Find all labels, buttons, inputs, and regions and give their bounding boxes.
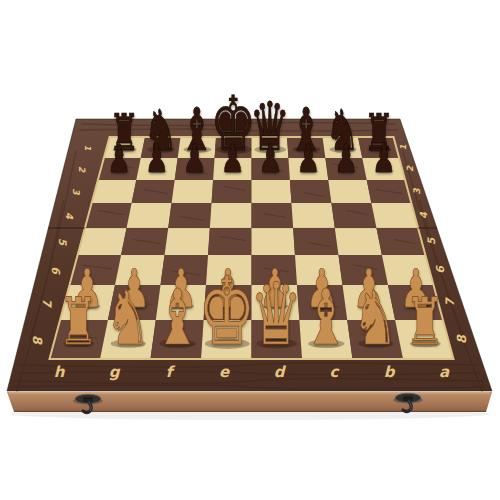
square-f4 — [168, 203, 211, 228]
square-a5 — [376, 228, 425, 255]
square-b5 — [335, 228, 382, 255]
rank-label-right-3: 3 — [411, 188, 422, 195]
square-e4 — [210, 203, 252, 228]
rank-label-left-1: 1 — [83, 145, 93, 151]
piece-dark-pawn-e2: ♟ — [221, 135, 245, 181]
piece-light-bishop-c8: ♝ — [302, 273, 349, 362]
piece-light-queen-d8: ♛ — [250, 265, 302, 364]
piece-dark-pawn-h2: ♟ — [107, 135, 131, 181]
square-g4 — [127, 203, 172, 228]
rank-label-left-4: 4 — [64, 212, 75, 220]
file-label-h: h — [54, 363, 66, 381]
piece-light-knight-b8: ♞ — [353, 275, 398, 362]
chess-set-photo: hgfedcba1122334455667788♜♞♝♛♚♝♞♜♟♟♟♟♟♟♟♟… — [0, 0, 500, 500]
file-label-g: g — [109, 363, 121, 381]
square-d5 — [252, 228, 295, 255]
rank-label-right-6: 6 — [434, 265, 447, 274]
square-h4 — [85, 203, 132, 228]
rank-label-right-5: 5 — [425, 237, 437, 245]
piece-dark-pawn-d2: ♟ — [259, 135, 283, 181]
square-e3 — [212, 180, 252, 203]
square-a4 — [371, 203, 418, 228]
file-label-c: c — [330, 363, 340, 381]
rank-label-left-8: 8 — [30, 335, 45, 345]
piece-dark-pawn-f2: ♟ — [183, 135, 207, 181]
square-h3 — [92, 180, 137, 203]
file-label-a: a — [439, 363, 450, 381]
rank-label-right-2: 2 — [405, 165, 415, 172]
file-label-b: b — [384, 363, 396, 381]
piece-dark-pawn-c2: ♟ — [296, 135, 320, 181]
square-b4 — [331, 203, 376, 228]
piece-light-bishop-f8: ♝ — [154, 273, 201, 362]
square-f3 — [172, 180, 214, 203]
piece-light-rook-h8: ♜ — [59, 285, 98, 360]
piece-light-knight-g8: ♞ — [105, 275, 150, 362]
rank-label-left-3: 3 — [71, 188, 82, 195]
square-f5 — [165, 228, 210, 255]
piece-light-king-e8: ♚ — [198, 256, 255, 366]
rank-label-right-1: 1 — [398, 144, 408, 150]
chess-board: hgfedcba1122334455667788♜♞♝♛♚♝♞♜♟♟♟♟♟♟♟♟… — [0, 0, 500, 500]
square-c5 — [293, 228, 338, 255]
square-h5 — [78, 228, 127, 255]
piece-dark-pawn-a2: ♟ — [372, 135, 396, 181]
rank-label-left-2: 2 — [77, 166, 87, 173]
rank-label-right-4: 4 — [418, 211, 429, 219]
rank-label-left-5: 5 — [57, 238, 69, 246]
square-e5 — [208, 228, 251, 255]
rank-label-right-8: 8 — [454, 334, 469, 344]
square-c3 — [290, 180, 332, 203]
square-d3 — [252, 180, 292, 203]
square-b3 — [328, 180, 371, 203]
piece-light-rook-a8: ♜ — [405, 285, 444, 360]
square-c4 — [291, 203, 334, 228]
rank-label-left-6: 6 — [49, 266, 62, 275]
piece-dark-pawn-g2: ♟ — [145, 135, 169, 181]
piece-dark-pawn-b2: ♟ — [334, 135, 358, 181]
